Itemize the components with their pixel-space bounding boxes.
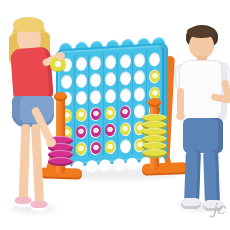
disc-hole [120, 121, 131, 136]
empty-hole [61, 74, 72, 89]
empty-hole [76, 73, 87, 88]
magenta-disc [91, 107, 101, 120]
product-photo-giant-connect-four: jc [0, 0, 230, 230]
board-cell-r1c5 [118, 52, 133, 70]
girl-shoe-right [30, 201, 48, 211]
board-cell-r5c5 [118, 120, 133, 138]
board-cell-r2c5 [118, 69, 133, 87]
girl-leg-right [31, 124, 44, 204]
girl-leg-left [19, 124, 31, 200]
magenta-disc [105, 123, 115, 136]
boy-arm-left [177, 88, 184, 114]
board-cell-r4c2 [75, 105, 90, 123]
board-cell-r5c4 [104, 121, 119, 139]
disc-holder-cap-left [54, 92, 67, 101]
board-cell-r6c4 [104, 138, 119, 156]
empty-hole [76, 56, 87, 71]
board-cell-r2c2 [75, 71, 90, 89]
board-cell-r6c2 [75, 139, 90, 157]
disc-hole [90, 140, 101, 155]
board-cell-r1c3 [89, 54, 104, 72]
board-cell-r4c5 [118, 103, 133, 121]
disc-hole [76, 141, 87, 156]
disc-hole [76, 107, 87, 122]
board-cell-r1c2 [75, 54, 90, 72]
empty-hole [120, 87, 131, 102]
yellow-disc [150, 70, 160, 83]
board-cell-r5c3 [89, 122, 104, 140]
girl-lower-hand [46, 138, 56, 147]
board-cell-r4c4 [104, 104, 119, 122]
disc-hole [149, 69, 160, 84]
board-cell-r2c6 [133, 68, 148, 86]
disc-hole [105, 139, 116, 154]
magenta-disc [76, 125, 86, 138]
magenta-disc [120, 105, 130, 118]
yellow-disc [120, 122, 130, 135]
boy-shoe-left [181, 198, 201, 209]
magenta-disc [91, 141, 101, 154]
disc-holder-cap-right [148, 98, 161, 107]
board-cell-r2c4 [104, 70, 119, 88]
girl-raised-hand [56, 52, 65, 60]
empty-hole [105, 71, 116, 86]
empty-hole [90, 72, 101, 87]
board-cell-r2c1 [60, 72, 75, 90]
empty-hole [90, 55, 101, 70]
boy-leg-right [203, 150, 220, 204]
board-cell-r1c6 [133, 51, 148, 69]
empty-hole [105, 88, 116, 103]
board-cell-r5c2 [75, 122, 90, 140]
magenta-spare-disc [48, 157, 73, 166]
board-cell-r2c3 [89, 71, 104, 89]
yellow-disc [76, 108, 86, 121]
disc-hole [90, 123, 101, 138]
boy-white-shirt [179, 60, 227, 124]
yellow-disc [76, 142, 86, 155]
disc-hole [105, 105, 116, 120]
disc-hole [105, 122, 116, 137]
empty-hole [134, 69, 145, 84]
empty-hole [76, 90, 87, 105]
boy-leg-left [184, 150, 201, 202]
empty-hole [90, 89, 101, 104]
empty-hole [134, 52, 145, 67]
board-cell-r6c5 [118, 137, 133, 155]
wave-bump [126, 157, 138, 170]
boy-hand-left [176, 112, 185, 120]
wave-bump [113, 158, 125, 171]
yellow-spare-disc [142, 149, 167, 158]
disc-hole [90, 106, 101, 121]
board-cell-r2c7 [147, 67, 162, 85]
magenta-disc [91, 124, 101, 137]
empty-hole [149, 52, 160, 67]
board-cell-r6c3 [89, 139, 104, 157]
board-cell-r3c4 [104, 87, 119, 105]
board-cell-r3c5 [118, 86, 133, 104]
wave-bump [99, 159, 111, 172]
empty-hole [120, 138, 131, 153]
watermark: jc [212, 200, 225, 218]
wave-bump [86, 160, 98, 173]
board-cell-r3c2 [75, 88, 90, 106]
board-cell-r1c4 [104, 53, 119, 71]
boy-jeans [183, 118, 223, 153]
yellow-disc [105, 140, 115, 153]
yellow-disc-stack [142, 116, 167, 158]
board-cell-r1c7 [147, 50, 162, 68]
empty-hole [120, 70, 131, 85]
disc-hole [120, 104, 131, 119]
empty-hole [120, 53, 131, 68]
yellow-disc [105, 106, 115, 119]
board-cell-r3c6 [133, 85, 148, 103]
empty-hole [134, 86, 145, 101]
boy-hair-fringe [187, 27, 216, 38]
board-cell-r4c3 [89, 105, 104, 123]
frame-foot-right [142, 162, 188, 174]
girl-hair-fringe [13, 17, 44, 32]
empty-hole [105, 54, 116, 69]
disc-hole [76, 124, 87, 139]
board-cell-r3c3 [89, 88, 104, 106]
